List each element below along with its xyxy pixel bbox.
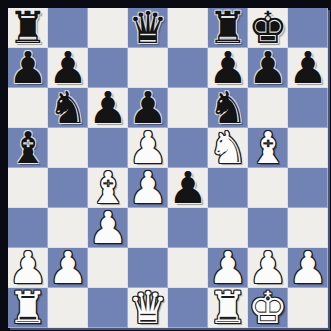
square-b4[interactable] (48, 168, 88, 208)
piece-white-pawn[interactable]: ♟ (88, 208, 127, 248)
square-g5[interactable]: ♝ (248, 128, 288, 168)
square-a1[interactable]: ♜ (8, 288, 48, 328)
piece-black-pawn[interactable]: ♟ (168, 168, 207, 208)
square-h5[interactable] (288, 128, 328, 168)
square-b6[interactable]: ♞ (48, 88, 88, 128)
piece-white-pawn[interactable]: ♟ (128, 168, 167, 208)
square-a5[interactable]: ♝ (8, 128, 48, 168)
square-g1[interactable]: ♚ (248, 288, 288, 328)
square-a4[interactable] (8, 168, 48, 208)
square-d8[interactable]: ♛ (128, 8, 168, 48)
piece-black-knight[interactable]: ♞ (48, 88, 87, 128)
square-b5[interactable] (48, 128, 88, 168)
square-f5[interactable]: ♞ (208, 128, 248, 168)
square-c8[interactable] (88, 8, 128, 48)
square-d3[interactable] (128, 208, 168, 248)
square-b1[interactable] (48, 288, 88, 328)
piece-white-queen[interactable]: ♛ (128, 288, 167, 328)
square-h4[interactable] (288, 168, 328, 208)
square-e7[interactable] (168, 48, 208, 88)
piece-white-bishop[interactable]: ♝ (248, 128, 287, 168)
square-e1[interactable] (168, 288, 208, 328)
piece-white-knight[interactable]: ♞ (208, 128, 247, 168)
square-g4[interactable] (248, 168, 288, 208)
piece-white-rook[interactable]: ♜ (8, 288, 47, 328)
square-e6[interactable] (168, 88, 208, 128)
piece-black-pawn[interactable]: ♟ (248, 48, 287, 88)
square-h2[interactable]: ♟ (288, 248, 328, 288)
piece-white-king[interactable]: ♚ (248, 288, 287, 328)
square-c2[interactable] (88, 248, 128, 288)
square-d4[interactable]: ♟ (128, 168, 168, 208)
chess-board: ♜♛♜♚♟♟♟♟♟♞♟♟♞♝♟♞♝♝♟♟♟♟♟♟♟♟♜♛♜♚ (8, 8, 328, 328)
piece-black-pawn[interactable]: ♟ (88, 88, 127, 128)
piece-black-bishop[interactable]: ♝ (8, 128, 47, 168)
square-g7[interactable]: ♟ (248, 48, 288, 88)
piece-black-pawn[interactable]: ♟ (288, 48, 327, 88)
square-h1[interactable] (288, 288, 328, 328)
square-e2[interactable] (168, 248, 208, 288)
square-c3[interactable]: ♟ (88, 208, 128, 248)
square-e3[interactable] (168, 208, 208, 248)
square-h6[interactable] (288, 88, 328, 128)
square-c1[interactable] (88, 288, 128, 328)
square-e4[interactable]: ♟ (168, 168, 208, 208)
square-e8[interactable] (168, 8, 208, 48)
piece-black-pawn[interactable]: ♟ (8, 48, 47, 88)
piece-black-queen[interactable]: ♛ (128, 8, 167, 48)
square-b2[interactable]: ♟ (48, 248, 88, 288)
piece-white-pawn[interactable]: ♟ (288, 248, 327, 288)
square-d1[interactable]: ♛ (128, 288, 168, 328)
square-f4[interactable] (208, 168, 248, 208)
piece-white-rook[interactable]: ♜ (208, 288, 247, 328)
board-frame: ♜♛♜♚♟♟♟♟♟♞♟♟♞♝♟♞♝♝♟♟♟♟♟♟♟♟♜♛♜♚ (0, 0, 331, 331)
square-f1[interactable]: ♜ (208, 288, 248, 328)
square-a7[interactable]: ♟ (8, 48, 48, 88)
piece-white-pawn[interactable]: ♟ (48, 248, 87, 288)
square-h7[interactable]: ♟ (288, 48, 328, 88)
square-c6[interactable]: ♟ (88, 88, 128, 128)
